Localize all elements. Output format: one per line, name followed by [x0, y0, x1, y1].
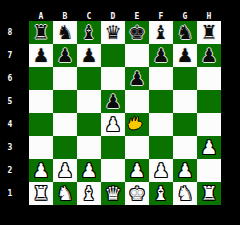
piece-black-rook[interactable]: ♜ — [29, 21, 53, 44]
square-f6[interactable] — [149, 67, 173, 90]
piece-black-pawn[interactable]: ♟ — [29, 44, 53, 67]
square-e1[interactable]: ♚ — [125, 182, 149, 205]
file-labels: ABCDEFGH — [29, 12, 221, 21]
rank-label-1: 1 — [4, 182, 16, 205]
square-h4[interactable] — [197, 113, 221, 136]
piece-black-queen[interactable]: ♛ — [101, 21, 125, 44]
piece-white-knight[interactable]: ♞ — [173, 182, 197, 205]
piece-white-bishop[interactable]: ♝ — [77, 182, 101, 205]
rank-label-8: 8 — [4, 21, 16, 44]
square-a2[interactable]: ♟ — [29, 159, 53, 182]
piece-white-pawn[interactable]: ♟ — [101, 113, 125, 136]
square-g6[interactable] — [173, 67, 197, 90]
square-d4[interactable]: ♟ — [101, 113, 125, 136]
rank-labels: 87654321 — [4, 21, 16, 205]
piece-white-queen[interactable]: ♛ — [101, 182, 125, 205]
square-g3[interactable] — [173, 136, 197, 159]
square-d1[interactable]: ♛ — [101, 182, 125, 205]
rank-label-5: 5 — [4, 90, 16, 113]
file-label-b: B — [53, 12, 77, 21]
square-c5[interactable] — [77, 90, 101, 113]
square-c3[interactable] — [77, 136, 101, 159]
piece-black-pawn[interactable]: ♟ — [125, 67, 149, 90]
piece-black-pawn[interactable]: ♟ — [53, 44, 77, 67]
square-d3[interactable] — [101, 136, 125, 159]
square-d8[interactable]: ♛ — [101, 21, 125, 44]
square-b3[interactable] — [53, 136, 77, 159]
piece-black-knight[interactable]: ♞ — [53, 21, 77, 44]
piece-white-rook[interactable]: ♜ — [29, 182, 53, 205]
chess-board: ♜♞♝♛♚♝♞♜♟♟♟♟♟♟♟♟♟♟♟♟♟♟♟♟♜♞♝♛♚♝♞♜ — [29, 21, 221, 205]
square-e2[interactable]: ♟ — [125, 159, 149, 182]
square-a4[interactable] — [29, 113, 53, 136]
rank-label-3: 3 — [4, 136, 16, 159]
rank-label-2: 2 — [4, 159, 16, 182]
square-h1[interactable]: ♜ — [197, 182, 221, 205]
square-b4[interactable] — [53, 113, 77, 136]
square-h8[interactable]: ♜ — [197, 21, 221, 44]
game-screen: ABCDEFGH 87654321 ♜♞♝♛♚♝♞♜♟♟♟♟♟♟♟♟♟♟♟♟♟♟… — [0, 0, 240, 225]
square-e6[interactable]: ♟ — [125, 67, 149, 90]
file-label-e: E — [125, 12, 149, 21]
square-f5[interactable] — [149, 90, 173, 113]
square-h2[interactable] — [197, 159, 221, 182]
square-f7[interactable]: ♟ — [149, 44, 173, 67]
rank-label-7: 7 — [4, 44, 16, 67]
piece-white-rook[interactable]: ♜ — [197, 182, 221, 205]
square-b6[interactable] — [53, 67, 77, 90]
square-f4[interactable] — [149, 113, 173, 136]
file-label-c: C — [77, 12, 101, 21]
square-h5[interactable] — [197, 90, 221, 113]
square-c8[interactable]: ♝ — [77, 21, 101, 44]
piece-black-bishop[interactable]: ♝ — [149, 21, 173, 44]
piece-black-king[interactable]: ♚ — [125, 21, 149, 44]
square-a5[interactable] — [29, 90, 53, 113]
square-d6[interactable] — [101, 67, 125, 90]
square-d2[interactable] — [101, 159, 125, 182]
piece-white-pawn[interactable]: ♟ — [77, 159, 101, 182]
piece-white-pawn[interactable]: ♟ — [53, 159, 77, 182]
square-d7[interactable] — [101, 44, 125, 67]
square-g1[interactable]: ♞ — [173, 182, 197, 205]
piece-black-pawn[interactable]: ♟ — [173, 44, 197, 67]
square-g4[interactable] — [173, 113, 197, 136]
piece-white-pawn[interactable]: ♟ — [173, 159, 197, 182]
square-c6[interactable] — [77, 67, 101, 90]
square-h7[interactable]: ♟ — [197, 44, 221, 67]
square-c1[interactable]: ♝ — [77, 182, 101, 205]
square-e4[interactable] — [125, 113, 149, 136]
piece-black-pawn[interactable]: ♟ — [77, 44, 101, 67]
piece-white-knight[interactable]: ♞ — [53, 182, 77, 205]
square-h6[interactable] — [197, 67, 221, 90]
square-b5[interactable] — [53, 90, 77, 113]
square-d5[interactable]: ♟ — [101, 90, 125, 113]
square-b8[interactable]: ♞ — [53, 21, 77, 44]
file-label-g: G — [173, 12, 197, 21]
square-h3[interactable]: ♟ — [197, 136, 221, 159]
piece-white-pawn[interactable]: ♟ — [149, 159, 173, 182]
piece-black-bishop[interactable]: ♝ — [77, 21, 101, 44]
square-a8[interactable]: ♜ — [29, 21, 53, 44]
piece-white-pawn[interactable]: ♟ — [29, 159, 53, 182]
file-label-d: D — [101, 12, 125, 21]
square-f2[interactable]: ♟ — [149, 159, 173, 182]
piece-white-bishop[interactable]: ♝ — [149, 182, 173, 205]
square-c4[interactable] — [77, 113, 101, 136]
square-b1[interactable]: ♞ — [53, 182, 77, 205]
file-label-f: F — [149, 12, 173, 21]
piece-white-king[interactable]: ♚ — [125, 182, 149, 205]
square-a3[interactable] — [29, 136, 53, 159]
square-g5[interactable] — [173, 90, 197, 113]
file-label-a: A — [29, 12, 53, 21]
square-a6[interactable] — [29, 67, 53, 90]
square-f3[interactable] — [149, 136, 173, 159]
square-f8[interactable]: ♝ — [149, 21, 173, 44]
square-a1[interactable]: ♜ — [29, 182, 53, 205]
square-c2[interactable]: ♟ — [77, 159, 101, 182]
square-g2[interactable]: ♟ — [173, 159, 197, 182]
square-c7[interactable]: ♟ — [77, 44, 101, 67]
rank-label-6: 6 — [4, 67, 16, 90]
square-b7[interactable]: ♟ — [53, 44, 77, 67]
piece-white-pawn[interactable]: ♟ — [197, 136, 221, 159]
square-g7[interactable]: ♟ — [173, 44, 197, 67]
square-b2[interactable]: ♟ — [53, 159, 77, 182]
piece-black-pawn[interactable]: ♟ — [197, 44, 221, 67]
piece-black-pawn[interactable]: ♟ — [149, 44, 173, 67]
file-label-h: H — [197, 12, 221, 21]
square-f1[interactable]: ♝ — [149, 182, 173, 205]
rank-label-4: 4 — [4, 113, 16, 136]
square-e8[interactable]: ♚ — [125, 21, 149, 44]
square-a7[interactable]: ♟ — [29, 44, 53, 67]
piece-black-pawn[interactable]: ♟ — [101, 90, 125, 113]
square-e3[interactable] — [125, 136, 149, 159]
square-g8[interactable]: ♞ — [173, 21, 197, 44]
piece-white-pawn[interactable]: ♟ — [125, 159, 149, 182]
square-e7[interactable] — [125, 44, 149, 67]
piece-black-rook[interactable]: ♜ — [197, 21, 221, 44]
piece-black-knight[interactable]: ♞ — [173, 21, 197, 44]
square-e5[interactable] — [125, 90, 149, 113]
